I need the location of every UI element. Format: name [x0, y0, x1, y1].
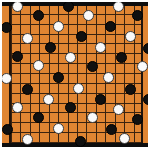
white-stone[interactable]: [119, 133, 130, 144]
board[interactable]: [2, 2, 148, 147]
black-stone[interactable]: [95, 94, 106, 105]
white-stone[interactable]: [125, 31, 136, 42]
white-stone[interactable]: [43, 94, 54, 105]
black-stone[interactable]: [2, 124, 13, 135]
white-stone[interactable]: [65, 52, 76, 63]
white-stone[interactable]: [22, 134, 33, 145]
black-stone[interactable]: [87, 61, 98, 72]
white-stone[interactable]: [137, 61, 148, 72]
white-stone[interactable]: [33, 60, 44, 71]
black-stone[interactable]: [2, 22, 12, 33]
white-stone[interactable]: [113, 2, 124, 12]
black-stone[interactable]: [132, 114, 143, 125]
black-stone[interactable]: [105, 21, 116, 32]
black-stone[interactable]: [75, 136, 86, 147]
white-stone[interactable]: [12, 2, 23, 12]
black-stone[interactable]: [22, 84, 33, 95]
black-stone[interactable]: [132, 10, 143, 21]
stones-layer: [2, 2, 148, 147]
white-stone[interactable]: [87, 112, 98, 123]
white-stone[interactable]: [103, 72, 114, 83]
black-stone[interactable]: [63, 2, 74, 12]
white-stone[interactable]: [2, 73, 12, 84]
black-stone[interactable]: [45, 42, 56, 53]
white-stone[interactable]: [83, 10, 94, 21]
black-stone[interactable]: [33, 10, 44, 21]
black-stone[interactable]: [12, 51, 23, 62]
black-stone[interactable]: [106, 124, 117, 135]
black-stone[interactable]: [143, 94, 149, 105]
white-stone[interactable]: [95, 42, 106, 53]
black-stone[interactable]: [33, 112, 44, 123]
black-stone[interactable]: [65, 102, 76, 113]
white-stone[interactable]: [113, 104, 124, 115]
black-stone[interactable]: [76, 31, 87, 42]
white-stone[interactable]: [53, 123, 64, 134]
white-stone[interactable]: [53, 21, 64, 32]
white-stone[interactable]: [73, 83, 84, 94]
black-stone[interactable]: [116, 52, 127, 63]
go-board-canvas: [0, 0, 150, 150]
black-stone[interactable]: [125, 84, 136, 95]
white-stone[interactable]: [22, 33, 33, 44]
black-stone[interactable]: [143, 43, 149, 54]
black-stone[interactable]: [53, 72, 64, 83]
white-stone[interactable]: [12, 102, 23, 113]
